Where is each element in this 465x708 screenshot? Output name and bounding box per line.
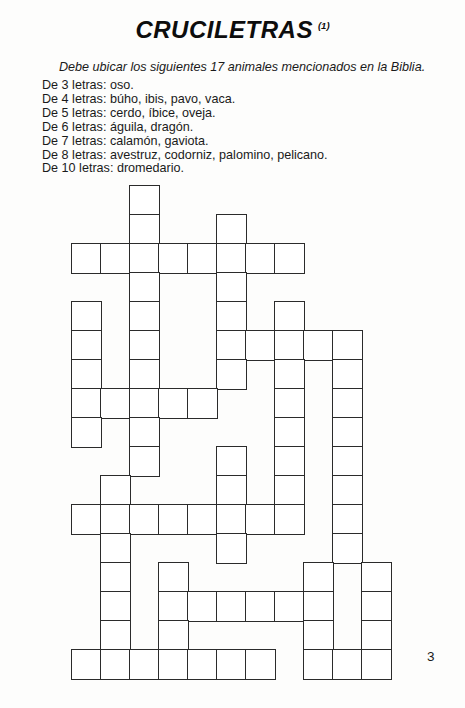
grid-cell[interactable] bbox=[129, 446, 160, 477]
grid-cell[interactable] bbox=[129, 214, 160, 245]
grid-cell[interactable] bbox=[216, 330, 247, 361]
grid-cell[interactable] bbox=[216, 591, 247, 622]
grid-cell[interactable] bbox=[332, 504, 363, 535]
grid-cell[interactable] bbox=[245, 591, 276, 622]
clue-line: De 3 letras: oso. bbox=[42, 79, 328, 93]
page-number: 3 bbox=[427, 649, 435, 664]
grid-cell[interactable] bbox=[71, 417, 102, 448]
grid-cell[interactable] bbox=[129, 417, 160, 448]
grid-cell[interactable] bbox=[303, 649, 334, 680]
puzzle-page: CRUCILETRAS(1) Debe ubicar los siguiente… bbox=[0, 0, 465, 708]
grid-cell[interactable] bbox=[216, 301, 247, 332]
grid-cell[interactable] bbox=[158, 562, 189, 593]
grid-cell[interactable] bbox=[332, 330, 363, 361]
grid-cell[interactable] bbox=[216, 475, 247, 506]
grid-cell[interactable] bbox=[216, 649, 247, 680]
grid-cell[interactable] bbox=[100, 475, 131, 506]
grid-cell[interactable] bbox=[303, 591, 334, 622]
grid-cell[interactable] bbox=[361, 562, 392, 593]
page-title: CRUCILETRAS(1) bbox=[0, 16, 465, 44]
grid-cell[interactable] bbox=[303, 562, 334, 593]
grid-cell[interactable] bbox=[100, 649, 131, 680]
grid-cell[interactable] bbox=[187, 591, 218, 622]
page-title-superscript: (1) bbox=[318, 20, 330, 31]
grid-cell[interactable] bbox=[158, 649, 189, 680]
grid-cell[interactable] bbox=[216, 533, 247, 564]
grid-cell[interactable] bbox=[216, 446, 247, 477]
grid-cell[interactable] bbox=[216, 504, 247, 535]
clue-line: De 7 letras: calamón, gaviota. bbox=[42, 135, 328, 149]
grid-cell[interactable] bbox=[71, 504, 102, 535]
grid-cell[interactable] bbox=[187, 243, 218, 274]
grid-cell[interactable] bbox=[71, 649, 102, 680]
grid-cell[interactable] bbox=[158, 243, 189, 274]
grid-cell[interactable] bbox=[274, 388, 305, 419]
clue-line: De 5 letras: cerdo, íbice, oveja. bbox=[42, 107, 328, 121]
grid-cell[interactable] bbox=[129, 272, 160, 303]
clue-line: De 8 letras: avestruz, codorniz, palomin… bbox=[42, 149, 328, 163]
grid-cell[interactable] bbox=[245, 330, 276, 361]
grid-cell[interactable] bbox=[274, 591, 305, 622]
grid-cell[interactable] bbox=[187, 388, 218, 419]
grid-cell[interactable] bbox=[274, 243, 305, 274]
grid-cell[interactable] bbox=[216, 272, 247, 303]
grid-cell[interactable] bbox=[100, 562, 131, 593]
grid-cell[interactable] bbox=[71, 330, 102, 361]
grid-cell[interactable] bbox=[71, 301, 102, 332]
grid-cell[interactable] bbox=[245, 504, 276, 535]
grid-cell[interactable] bbox=[274, 359, 305, 390]
grid-cell[interactable] bbox=[129, 359, 160, 390]
grid-cell[interactable] bbox=[71, 243, 102, 274]
grid-cell[interactable] bbox=[100, 533, 131, 564]
grid-cell[interactable] bbox=[274, 504, 305, 535]
grid-cell[interactable] bbox=[216, 359, 247, 390]
grid-cell[interactable] bbox=[361, 591, 392, 622]
grid-cell[interactable] bbox=[274, 446, 305, 477]
grid-cell[interactable] bbox=[129, 243, 160, 274]
grid-cell[interactable] bbox=[361, 620, 392, 651]
grid-cell[interactable] bbox=[71, 359, 102, 390]
grid-cell[interactable] bbox=[274, 330, 305, 361]
instruction-text: Debe ubicar los siguientes 17 animales m… bbox=[59, 60, 425, 74]
grid-cell[interactable] bbox=[303, 620, 334, 651]
grid-cell[interactable] bbox=[129, 301, 160, 332]
grid-cell[interactable] bbox=[158, 591, 189, 622]
grid-cell[interactable] bbox=[303, 330, 334, 361]
crossword-grid bbox=[71, 185, 392, 681]
grid-cell[interactable] bbox=[158, 388, 189, 419]
grid-cell[interactable] bbox=[187, 649, 218, 680]
grid-cell[interactable] bbox=[245, 649, 276, 680]
grid-cell[interactable] bbox=[129, 330, 160, 361]
grid-cell[interactable] bbox=[100, 504, 131, 535]
grid-cell[interactable] bbox=[100, 620, 131, 651]
grid-cell[interactable] bbox=[187, 504, 218, 535]
grid-cell[interactable] bbox=[332, 359, 363, 390]
grid-cell[interactable] bbox=[332, 446, 363, 477]
grid-cell[interactable] bbox=[332, 649, 363, 680]
grid-cell[interactable] bbox=[158, 504, 189, 535]
grid-cell[interactable] bbox=[129, 504, 160, 535]
grid-cell[interactable] bbox=[100, 388, 131, 419]
page-title-text: CRUCILETRAS bbox=[135, 16, 313, 43]
grid-cell[interactable] bbox=[71, 388, 102, 419]
clue-line: De 4 letras: búho, ibis, pavo, vaca. bbox=[42, 93, 328, 107]
grid-cell[interactable] bbox=[332, 388, 363, 419]
grid-cell[interactable] bbox=[361, 649, 392, 680]
grid-cell[interactable] bbox=[245, 243, 276, 274]
grid-cell[interactable] bbox=[274, 417, 305, 448]
grid-cell[interactable] bbox=[158, 620, 189, 651]
grid-cell[interactable] bbox=[332, 417, 363, 448]
grid-cell[interactable] bbox=[216, 243, 247, 274]
grid-cell[interactable] bbox=[100, 591, 131, 622]
grid-cell[interactable] bbox=[129, 388, 160, 419]
grid-cell[interactable] bbox=[332, 533, 363, 564]
clue-line: De 6 letras: águila, dragón. bbox=[42, 121, 328, 135]
grid-cell[interactable] bbox=[216, 214, 247, 245]
grid-cell[interactable] bbox=[332, 475, 363, 506]
clue-list: De 3 letras: oso.De 4 letras: búho, ibis… bbox=[42, 79, 328, 176]
grid-cell[interactable] bbox=[129, 649, 160, 680]
grid-cell[interactable] bbox=[274, 475, 305, 506]
grid-cell[interactable] bbox=[129, 185, 160, 216]
grid-cell[interactable] bbox=[274, 301, 305, 332]
grid-cell[interactable] bbox=[100, 243, 131, 274]
clue-line: De 10 letras: dromedario. bbox=[42, 162, 328, 176]
